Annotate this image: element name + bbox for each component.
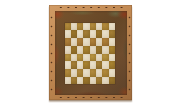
frame-inlay-dots-bottom — [57, 96, 124, 99]
board-square-h1 — [109, 77, 115, 85]
board-square-h3 — [109, 61, 115, 69]
chess-board — [49, 5, 132, 100]
board-square-h7 — [109, 30, 115, 38]
frame-inlay-dots-right — [128, 13, 131, 92]
board-square-h4 — [109, 54, 115, 62]
photo-background — [0, 0, 175, 105]
board-square-h8 — [109, 23, 115, 31]
board-square-h5 — [109, 46, 115, 54]
frame-inlay-dots-left — [50, 13, 53, 92]
board-square-h6 — [109, 38, 115, 46]
frame-inlay-dots-top — [57, 6, 124, 9]
board-square-h2 — [109, 69, 115, 77]
board-grid — [65, 23, 116, 84]
marble-border-band — [55, 11, 127, 95]
